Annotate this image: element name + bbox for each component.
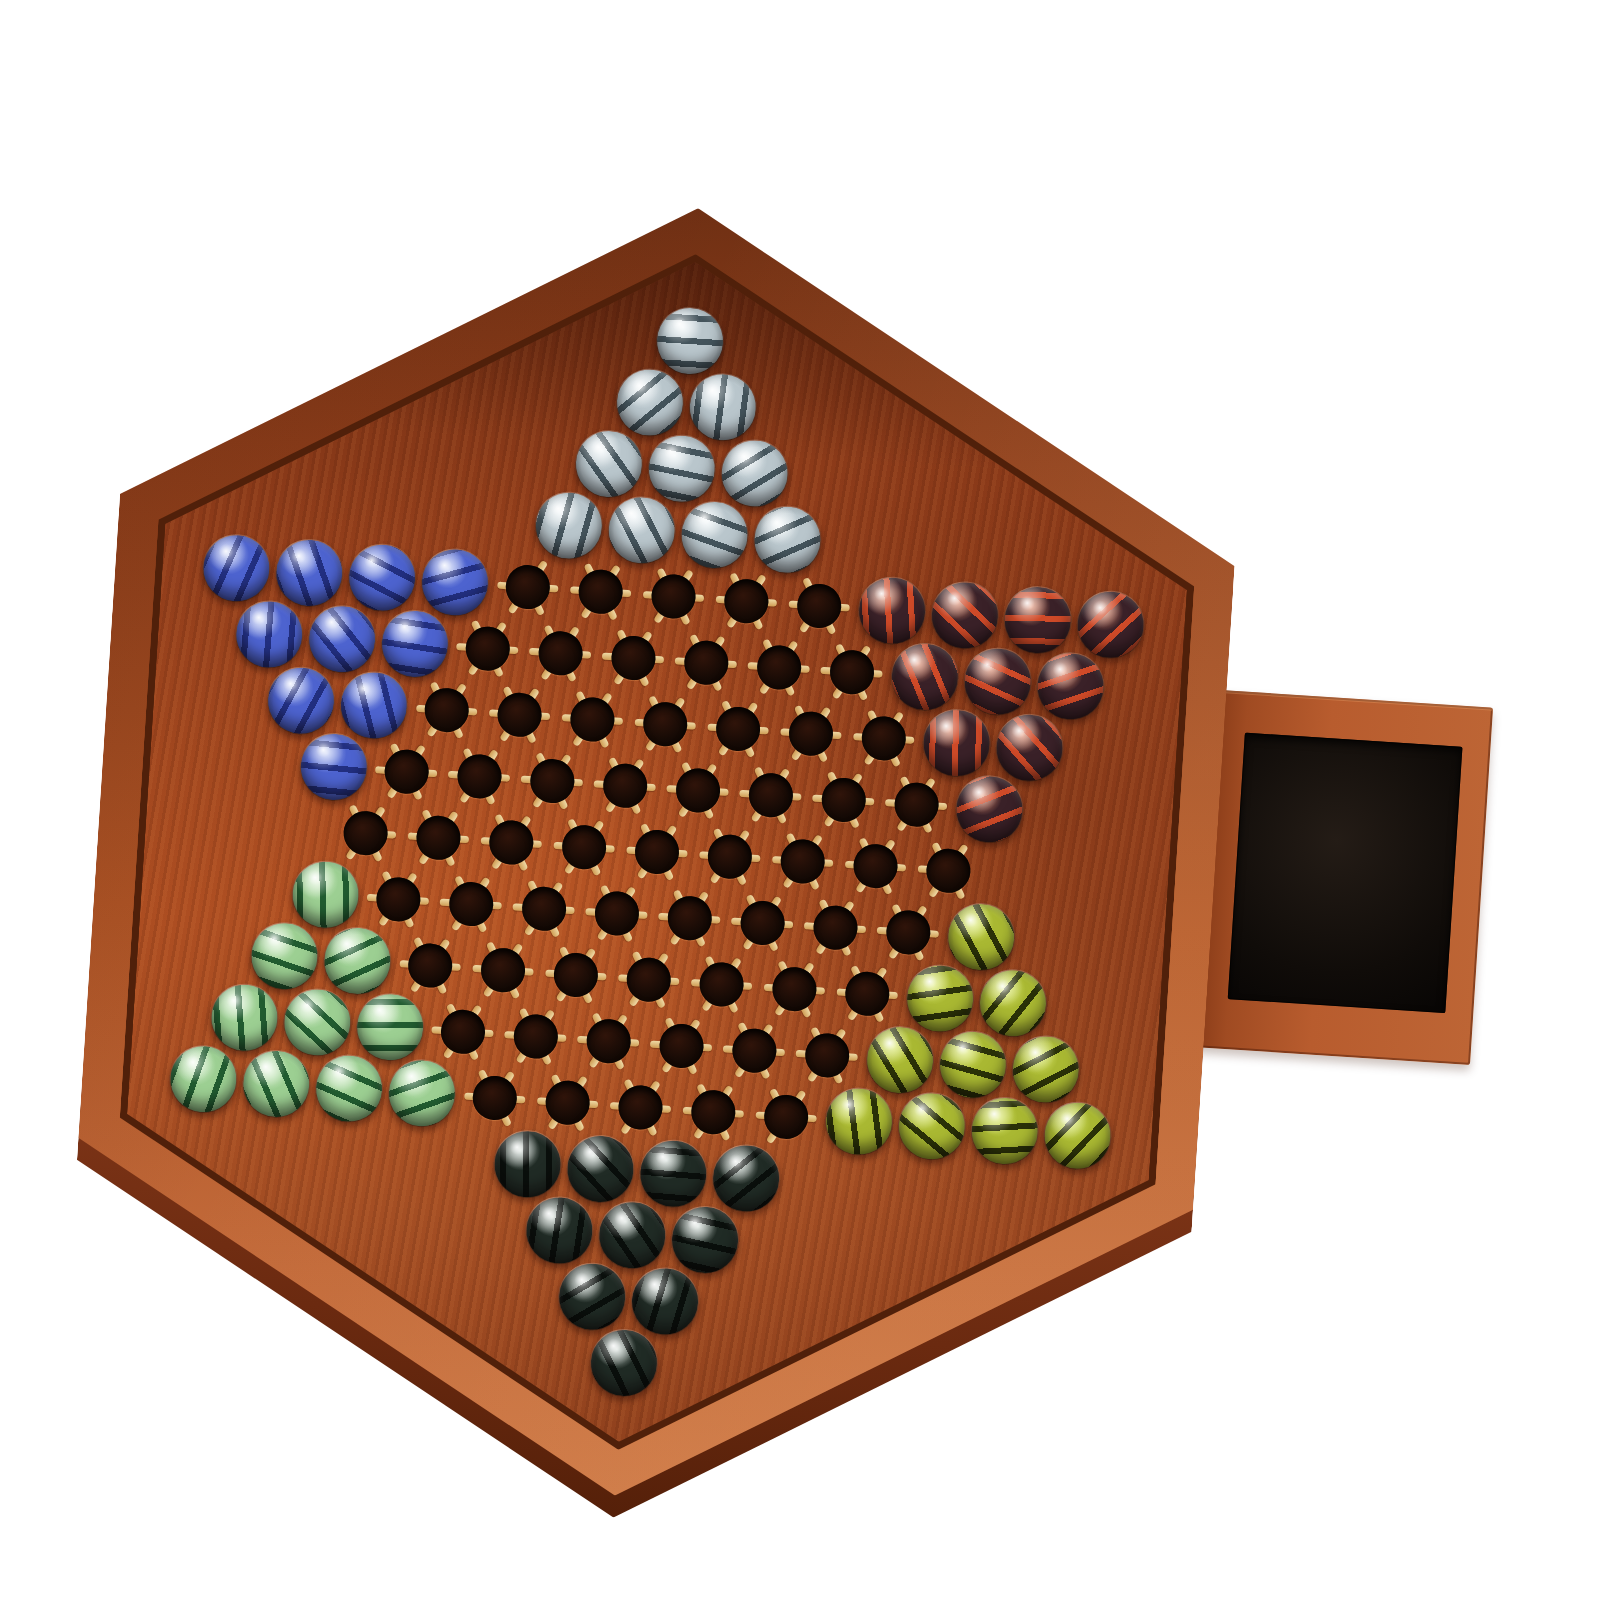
storage-drawer[interactable] (1179, 689, 1493, 1065)
drawer-felt-cavity (1228, 733, 1463, 1014)
chinese-checkers-box: ●●●●●●●●●●●●●●●●●●●●●●●●●●●●●●●●●●●●●●●●… (0, 0, 1600, 1600)
board-rotor: ●●●●●●●●●●●●●●●●●●●●●●●●●●●●●●●●●●●●●●●●… (0, 0, 1600, 1600)
